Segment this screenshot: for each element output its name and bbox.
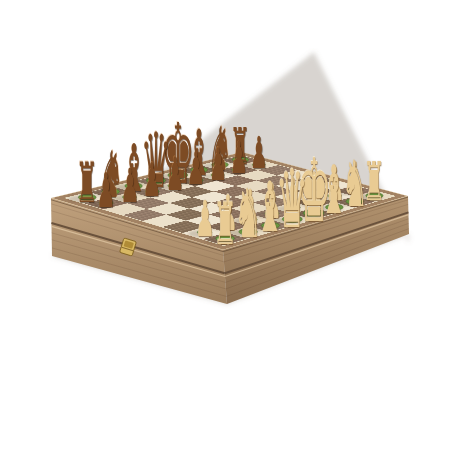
- chess-box-photo: ♜♟♞♟♝♟♚♟♛♟♝♟♟♞♜♟♟♜♞♟♟♝♟♚♟♛♟♝♟♞♟♜: [0, 0, 458, 458]
